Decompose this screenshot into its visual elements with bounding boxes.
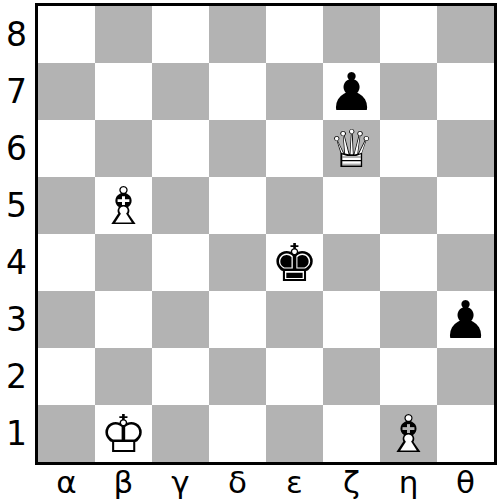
square-h5[interactable] [437,177,494,234]
white-queen-icon: ♕ [323,120,380,177]
rank-label-8: 8 [0,6,33,63]
square-b8[interactable] [95,6,152,63]
square-d2[interactable] [209,348,266,405]
chess-diagram: 87654321 ♟♛♕♝♗♚♟♚♔♝♗ αβγδεζηθ [0,0,500,500]
square-a5[interactable] [38,177,95,234]
square-g3[interactable] [380,291,437,348]
square-h2[interactable] [437,348,494,405]
square-e6[interactable] [266,120,323,177]
square-f5[interactable] [323,177,380,234]
square-d7[interactable] [209,63,266,120]
square-a4[interactable] [38,234,95,291]
square-b6[interactable] [95,120,152,177]
square-c2[interactable] [152,348,209,405]
square-e8[interactable] [266,6,323,63]
white-king-piece[interactable]: ♚♔ [95,405,152,462]
square-e2[interactable] [266,348,323,405]
square-g8[interactable] [380,6,437,63]
square-f3[interactable] [323,291,380,348]
square-g1[interactable]: ♝♗ [380,405,437,462]
square-h8[interactable] [437,6,494,63]
square-h6[interactable] [437,120,494,177]
rank-label-1: 1 [0,405,33,462]
square-f2[interactable] [323,348,380,405]
square-f7[interactable]: ♟ [323,63,380,120]
square-a3[interactable] [38,291,95,348]
rank-label-3: 3 [0,291,33,348]
square-f8[interactable] [323,6,380,63]
file-label-a: α [38,464,95,500]
rank-label-7: 7 [0,63,33,120]
black-pawn-piece[interactable]: ♟ [323,63,380,120]
square-a6[interactable] [38,120,95,177]
square-a2[interactable] [38,348,95,405]
square-d3[interactable] [209,291,266,348]
square-d4[interactable] [209,234,266,291]
square-e3[interactable] [266,291,323,348]
square-g2[interactable] [380,348,437,405]
white-bishop-icon: ♗ [95,177,152,234]
square-c3[interactable] [152,291,209,348]
square-c1[interactable] [152,405,209,462]
square-e1[interactable] [266,405,323,462]
square-d6[interactable] [209,120,266,177]
black-pawn-icon: ♟ [323,63,380,120]
chess-board: ♟♛♕♝♗♚♟♚♔♝♗ [35,3,497,465]
square-e7[interactable] [266,63,323,120]
square-b5[interactable]: ♝♗ [95,177,152,234]
rank-label-4: 4 [0,234,33,291]
file-label-c: γ [152,464,209,500]
file-label-h: θ [437,464,494,500]
square-d5[interactable] [209,177,266,234]
square-a1[interactable] [38,405,95,462]
square-c8[interactable] [152,6,209,63]
square-h4[interactable] [437,234,494,291]
white-bishop-piece[interactable]: ♝♗ [95,177,152,234]
square-f6[interactable]: ♛♕ [323,120,380,177]
square-b7[interactable] [95,63,152,120]
square-g7[interactable] [380,63,437,120]
square-g4[interactable] [380,234,437,291]
square-b4[interactable] [95,234,152,291]
square-d1[interactable] [209,405,266,462]
file-label-f: ζ [323,464,380,500]
file-label-g: η [380,464,437,500]
square-c7[interactable] [152,63,209,120]
square-b1[interactable]: ♚♔ [95,405,152,462]
square-c5[interactable] [152,177,209,234]
square-a7[interactable] [38,63,95,120]
square-h1[interactable] [437,405,494,462]
square-f4[interactable] [323,234,380,291]
square-e4[interactable]: ♚ [266,234,323,291]
rank-labels: 87654321 [0,6,33,462]
file-labels: αβγδεζηθ [38,464,494,498]
file-label-d: δ [209,464,266,500]
rank-label-6: 6 [0,120,33,177]
white-bishop-icon: ♗ [380,405,437,462]
rank-label-2: 2 [0,348,33,405]
square-g6[interactable] [380,120,437,177]
square-h7[interactable] [437,63,494,120]
square-d8[interactable] [209,6,266,63]
white-king-icon: ♔ [95,405,152,462]
square-b2[interactable] [95,348,152,405]
black-king-icon: ♚ [266,234,323,291]
black-pawn-piece[interactable]: ♟ [437,291,494,348]
square-a8[interactable] [38,6,95,63]
square-c4[interactable] [152,234,209,291]
square-f1[interactable] [323,405,380,462]
square-e5[interactable] [266,177,323,234]
file-label-b: β [95,464,152,500]
square-c6[interactable] [152,120,209,177]
file-label-e: ε [266,464,323,500]
square-g5[interactable] [380,177,437,234]
black-pawn-icon: ♟ [437,291,494,348]
square-h3[interactable]: ♟ [437,291,494,348]
white-queen-piece[interactable]: ♛♕ [323,120,380,177]
black-king-piece[interactable]: ♚ [266,234,323,291]
white-bishop-piece[interactable]: ♝♗ [380,405,437,462]
square-b3[interactable] [95,291,152,348]
rank-label-5: 5 [0,177,33,234]
